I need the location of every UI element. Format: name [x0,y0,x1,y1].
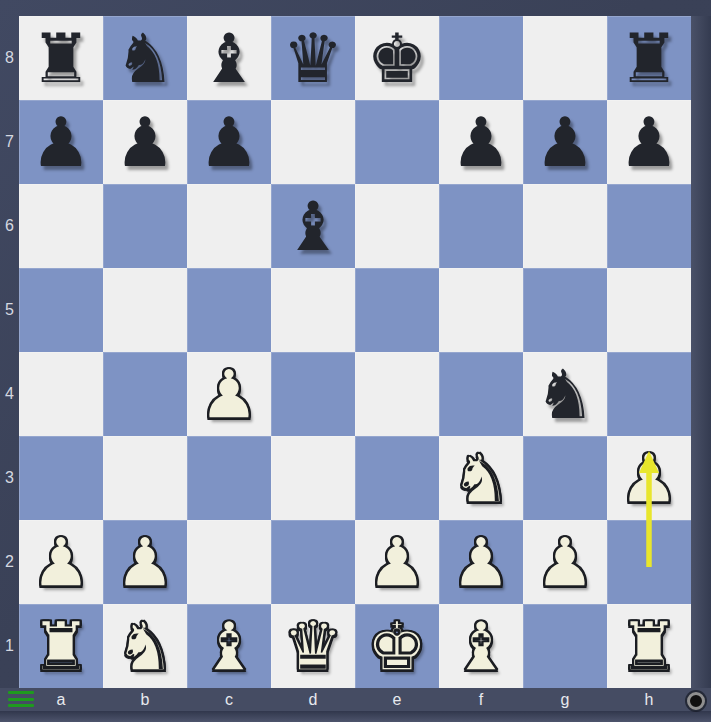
square-e1[interactable]: ♚ [355,604,439,688]
square-a4[interactable] [19,352,103,436]
rank-label-3: 3 [0,436,19,520]
square-g6[interactable] [523,184,607,268]
menu-bar [8,704,34,707]
white-knight-piece[interactable]: ♞ [451,445,512,513]
file-label-c: c [187,688,271,711]
white-pawn-piece[interactable]: ♟ [451,529,512,597]
white-knight-piece[interactable]: ♞ [115,613,176,681]
black-pawn-piece[interactable]: ♟ [31,109,92,177]
white-pawn-piece[interactable]: ♟ [619,445,680,513]
black-pawn-piece[interactable]: ♟ [451,109,512,177]
square-d8[interactable]: ♛ [271,16,355,100]
square-a6[interactable] [19,184,103,268]
square-f3[interactable]: ♞ [439,436,523,520]
square-h4[interactable] [607,352,691,436]
square-b2[interactable]: ♟ [103,520,187,604]
white-pawn-piece[interactable]: ♟ [535,529,596,597]
black-rook-piece[interactable]: ♜ [31,25,92,93]
file-label-g: g [523,688,607,711]
square-f1[interactable]: ♝ [439,604,523,688]
square-g2[interactable]: ♟ [523,520,607,604]
square-a1[interactable]: ♜ [19,604,103,688]
rank-label-6: 6 [0,184,19,268]
square-h7[interactable]: ♟ [607,100,691,184]
square-d4[interactable] [271,352,355,436]
square-h2[interactable] [607,520,691,604]
file-label-f: f [439,688,523,711]
rank-label-7: 7 [0,100,19,184]
square-b3[interactable] [103,436,187,520]
square-g4[interactable]: ♞ [523,352,607,436]
black-pawn-piece[interactable]: ♟ [115,109,176,177]
square-c3[interactable] [187,436,271,520]
rank-label-1: 1 [0,604,19,688]
bottom-band [0,711,711,722]
square-d3[interactable] [271,436,355,520]
rank-label-2: 2 [0,520,19,604]
square-h1[interactable]: ♜ [607,604,691,688]
menu-bar [8,691,34,694]
square-b6[interactable] [103,184,187,268]
square-a3[interactable] [19,436,103,520]
white-pawn-piece[interactable]: ♟ [199,361,260,429]
square-c4[interactable]: ♟ [187,352,271,436]
white-rook-piece[interactable]: ♜ [31,613,92,681]
square-e7[interactable] [355,100,439,184]
square-g5[interactable] [523,268,607,352]
white-pawn-piece[interactable]: ♟ [31,529,92,597]
file-labels: abcdefgh [19,688,691,711]
square-c5[interactable] [187,268,271,352]
file-label-e: e [355,688,439,711]
square-f5[interactable] [439,268,523,352]
square-a2[interactable]: ♟ [19,520,103,604]
square-c2[interactable] [187,520,271,604]
menu-icon[interactable] [8,691,34,707]
rank-label-8: 8 [0,16,19,100]
square-a5[interactable] [19,268,103,352]
square-b1[interactable]: ♞ [103,604,187,688]
square-c8[interactable]: ♝ [187,16,271,100]
square-f7[interactable]: ♟ [439,100,523,184]
square-b7[interactable]: ♟ [103,100,187,184]
white-bishop-piece[interactable]: ♝ [451,613,512,681]
square-d1[interactable]: ♛ [271,604,355,688]
square-d6[interactable]: ♝ [271,184,355,268]
white-king-piece[interactable]: ♚ [367,613,428,681]
white-rook-piece[interactable]: ♜ [619,613,680,681]
square-f6[interactable] [439,184,523,268]
square-b5[interactable] [103,268,187,352]
square-d7[interactable] [271,100,355,184]
rank-labels: 87654321 [0,16,19,688]
black-pawn-piece[interactable]: ♟ [619,109,680,177]
black-bishop-piece[interactable]: ♝ [283,193,344,261]
square-a7[interactable]: ♟ [19,100,103,184]
square-e2[interactable]: ♟ [355,520,439,604]
square-f4[interactable] [439,352,523,436]
black-pawn-piece[interactable]: ♟ [535,109,596,177]
black-rook-piece[interactable]: ♜ [619,25,680,93]
square-g3[interactable] [523,436,607,520]
black-knight-piece[interactable]: ♞ [115,25,176,93]
board-right-frame [691,16,711,688]
black-queen-piece[interactable]: ♛ [283,25,344,93]
square-b8[interactable]: ♞ [103,16,187,100]
square-b4[interactable] [103,352,187,436]
square-e3[interactable] [355,436,439,520]
square-a8[interactable]: ♜ [19,16,103,100]
square-h6[interactable] [607,184,691,268]
square-d2[interactable] [271,520,355,604]
file-label-b: b [103,688,187,711]
white-pawn-piece[interactable]: ♟ [367,529,428,597]
square-c1[interactable]: ♝ [187,604,271,688]
square-e5[interactable] [355,268,439,352]
square-h8[interactable]: ♜ [607,16,691,100]
black-king-piece[interactable]: ♚ [367,25,428,93]
menu-bar [8,698,34,701]
square-g1[interactable] [523,604,607,688]
white-bishop-piece[interactable]: ♝ [199,613,260,681]
file-label-h: h [607,688,691,711]
record-icon[interactable] [687,692,705,710]
square-c7[interactable]: ♟ [187,100,271,184]
square-e4[interactable] [355,352,439,436]
square-c6[interactable] [187,184,271,268]
square-e6[interactable] [355,184,439,268]
chess-board: ♜♞♝♛♚♜♟♟♟♟♟♟♝♟♞♞♟♟♟♟♟♟♜♞♝♛♚♝♜ [19,16,691,688]
rank-label-4: 4 [0,352,19,436]
chess-app-window: ♜♞♝♛♚♜♟♟♟♟♟♟♝♟♞♞♟♟♟♟♟♟♜♞♝♛♚♝♜ 87654321 a… [0,0,711,722]
black-pawn-piece[interactable]: ♟ [199,109,260,177]
file-label-d: d [271,688,355,711]
square-g7[interactable]: ♟ [523,100,607,184]
square-e8[interactable]: ♚ [355,16,439,100]
square-d5[interactable] [271,268,355,352]
white-queen-piece[interactable]: ♛ [283,613,344,681]
white-pawn-piece[interactable]: ♟ [115,529,176,597]
black-bishop-piece[interactable]: ♝ [199,25,260,93]
square-f8[interactable] [439,16,523,100]
square-h3[interactable]: ♟ [607,436,691,520]
square-h5[interactable] [607,268,691,352]
square-f2[interactable]: ♟ [439,520,523,604]
black-knight-piece[interactable]: ♞ [535,361,596,429]
rank-label-5: 5 [0,268,19,352]
square-g8[interactable] [523,16,607,100]
